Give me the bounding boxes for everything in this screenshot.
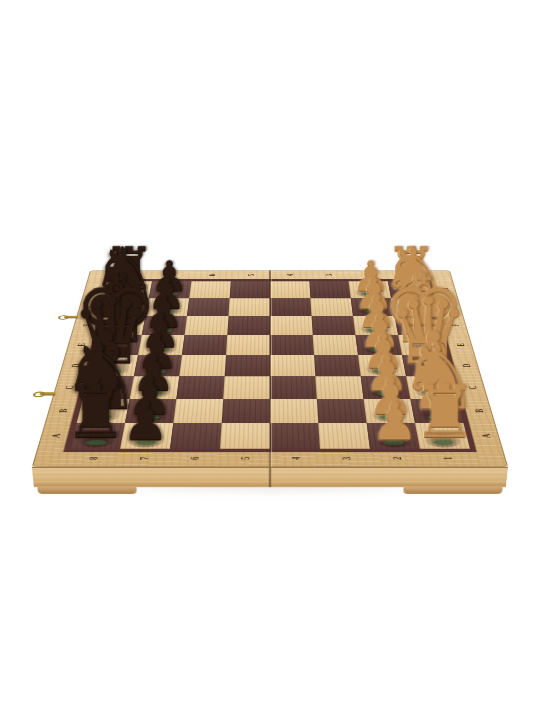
square-b4 (270, 399, 318, 423)
felt-base (414, 348, 433, 352)
square-b2: ♟ (364, 399, 415, 423)
felt-base (383, 440, 404, 445)
felt-base (433, 440, 454, 445)
square-f5 (227, 316, 270, 335)
square-d8: ♛ (89, 355, 138, 376)
felt-base (428, 415, 449, 420)
square-a5 (220, 423, 270, 449)
square-a2: ♟ (367, 423, 420, 449)
piece-shadow (143, 341, 179, 354)
square-c4 (270, 376, 317, 399)
clasp-hook (64, 316, 79, 319)
square-d7: ♟ (134, 355, 182, 376)
square-e1: ♚ (398, 335, 446, 355)
square-h5 (230, 281, 270, 298)
square-b1: ♞ (410, 399, 463, 423)
square-d4 (270, 355, 315, 376)
fold-seam (269, 271, 271, 467)
felt-base (380, 415, 400, 420)
square-f8: ♝ (99, 316, 145, 335)
square-g5 (228, 298, 270, 316)
fold-seam-face (269, 468, 271, 487)
square-f2: ♟ (353, 316, 398, 335)
felt-base (409, 328, 427, 332)
chess-set-photo: ♜♟♟♜♞♟♟♞♝♟♟♝♚♟♟♚♛♟♟♛♝♟♟♝♞♟♟♞♜♟♟♜ 8765432… (0, 0, 540, 720)
square-g2: ♟ (351, 298, 395, 316)
square-h1: ♜ (388, 281, 432, 298)
felt-base (423, 391, 443, 396)
board-foot-left (37, 486, 137, 494)
square-a6 (170, 423, 222, 449)
square-f3 (312, 316, 356, 335)
square-h6 (189, 281, 230, 298)
square-f4 (270, 316, 313, 335)
square-c3 (315, 376, 363, 399)
square-a4 (270, 423, 320, 449)
square-c2: ♟ (361, 376, 411, 399)
square-b6 (173, 399, 223, 423)
square-h7: ♟ (149, 281, 192, 298)
piece-shadow (361, 341, 397, 354)
square-e7: ♟ (138, 335, 185, 355)
square-g6 (187, 298, 230, 316)
felt-base (92, 415, 113, 420)
square-e4 (270, 335, 314, 355)
square-a7: ♟ (120, 423, 173, 449)
chess-board: ♜♟♟♜♞♟♟♞♝♟♟♝♚♟♟♚♛♟♟♛♝♟♟♝♞♟♟♞♜♟♟♜ 8765432… (32, 271, 508, 467)
square-g4 (270, 298, 312, 316)
felt-base (402, 292, 419, 296)
square-h8: ♜ (108, 281, 152, 298)
felt-base (364, 310, 381, 314)
felt-base (406, 310, 424, 314)
square-e2: ♟ (355, 335, 402, 355)
square-b8: ♞ (77, 399, 130, 423)
square-g7: ♟ (145, 298, 189, 316)
chess-set-scene: ♜♟♟♜♞♟♟♞♝♟♟♝♚♟♟♚♛♟♟♛♝♟♟♝♞♟♟♞♜♟♟♜ 8765432… (65, 150, 475, 560)
square-f1: ♝ (395, 316, 441, 335)
square-c7: ♟ (130, 376, 180, 399)
square-b3 (317, 399, 367, 423)
square-a3 (318, 423, 370, 449)
square-f6 (185, 316, 229, 335)
square-a1: ♜ (415, 423, 470, 449)
square-b7: ♟ (125, 399, 176, 423)
square-g8: ♞ (104, 298, 149, 316)
square-g1: ♞ (391, 298, 436, 316)
square-d3 (314, 355, 361, 376)
square-g3 (310, 298, 353, 316)
felt-base (362, 292, 379, 296)
square-f7: ♟ (142, 316, 187, 335)
piece-shadow (404, 341, 441, 354)
felt-base (112, 328, 130, 332)
square-c1: ♝ (406, 376, 457, 399)
felt-base (367, 328, 385, 332)
square-a8: ♜ (70, 423, 125, 449)
board-foot-right (403, 486, 503, 494)
clasp-hook (39, 392, 56, 395)
square-b5 (222, 399, 270, 423)
square-h4 (270, 281, 310, 298)
felt-base (140, 415, 160, 420)
square-e8: ♚ (94, 335, 142, 355)
square-e6 (182, 335, 227, 355)
square-d2: ♟ (358, 355, 406, 376)
square-e3 (313, 335, 358, 355)
square-e5 (226, 335, 270, 355)
felt-base (155, 328, 173, 332)
square-c8: ♝ (83, 376, 134, 399)
felt-base (376, 391, 396, 396)
square-d1: ♛ (402, 355, 451, 376)
square-d6 (179, 355, 226, 376)
square-c6 (176, 376, 224, 399)
square-h2: ♟ (349, 281, 392, 298)
felt-base (370, 348, 389, 352)
square-c5 (223, 376, 270, 399)
piece-shadow (99, 341, 136, 354)
square-d5 (225, 355, 270, 376)
board-front-face (32, 467, 508, 487)
square-h3 (309, 281, 350, 298)
